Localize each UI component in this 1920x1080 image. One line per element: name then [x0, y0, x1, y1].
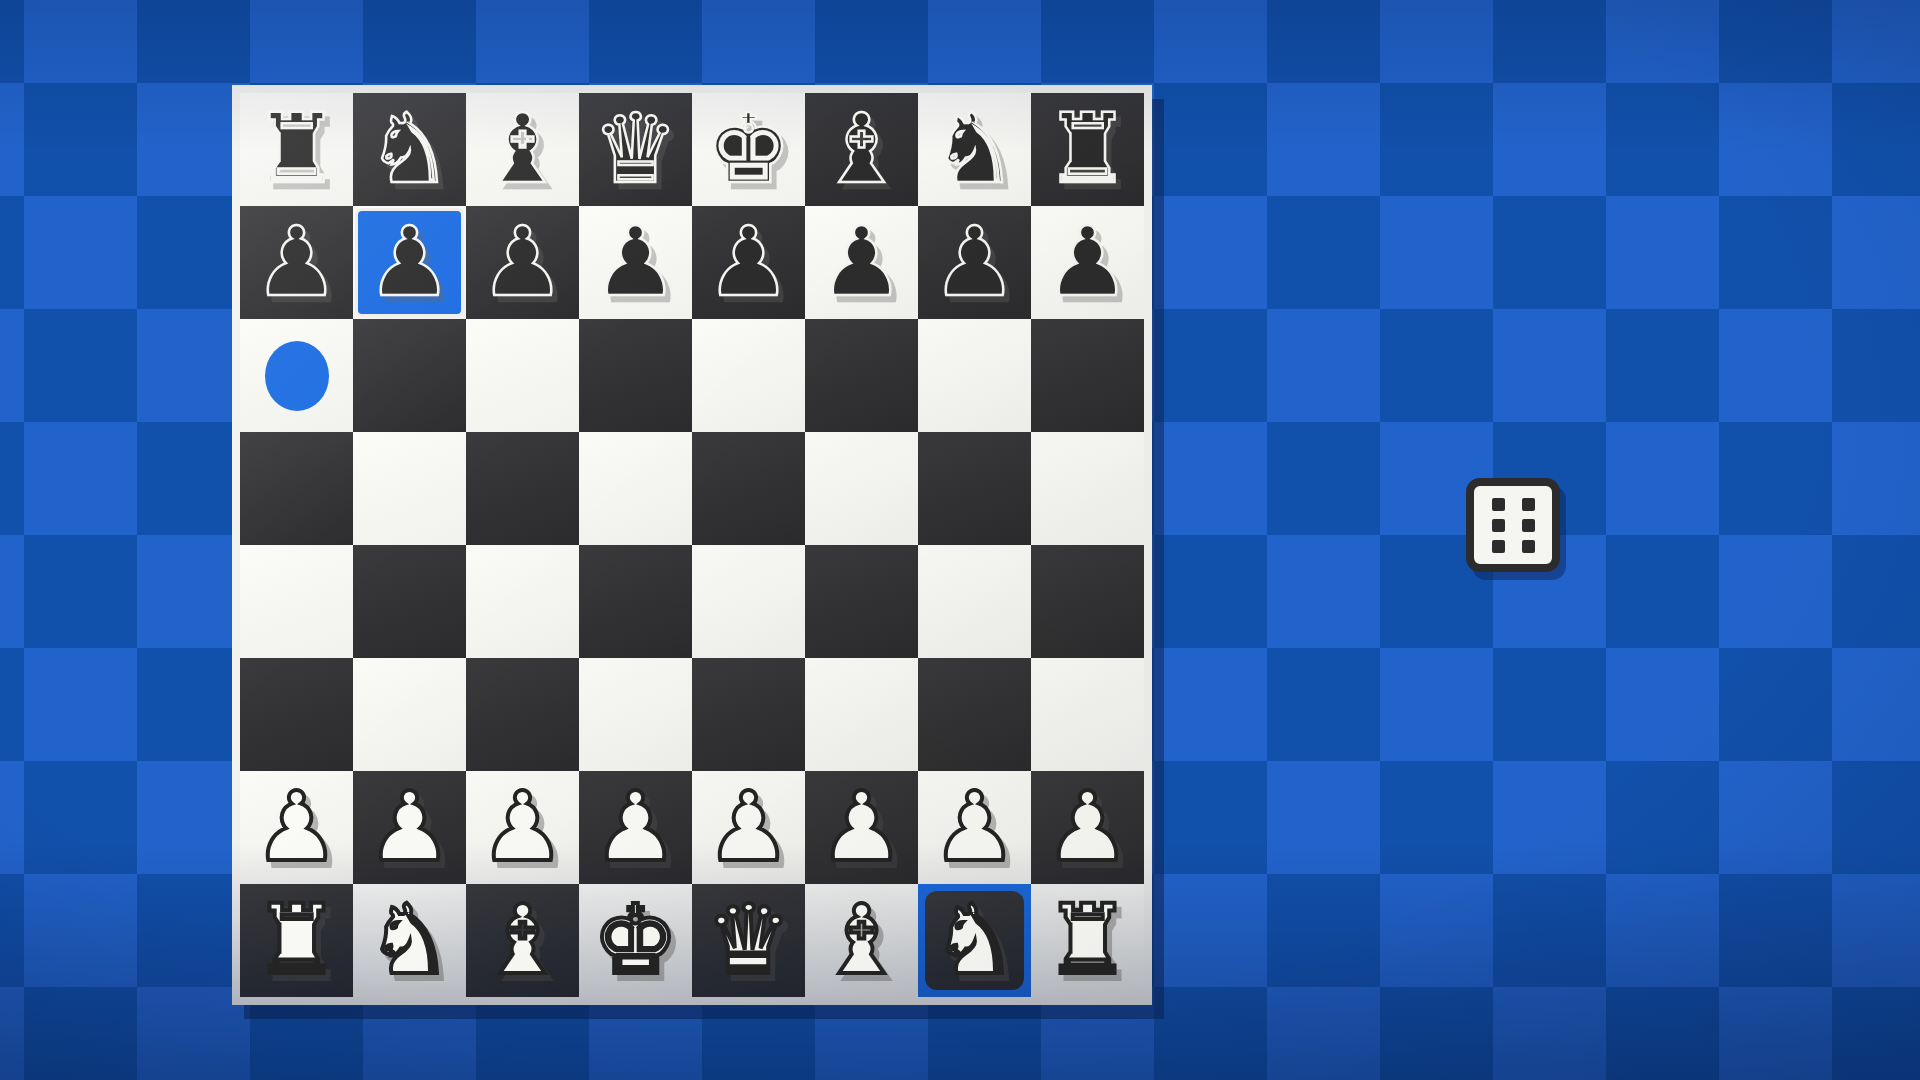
square-c8[interactable]: ♝ — [466, 93, 579, 206]
square-g8[interactable]: ♞ — [918, 93, 1031, 206]
square-b6[interactable] — [353, 319, 466, 432]
square-d4[interactable] — [579, 545, 692, 658]
square-h8[interactable]: ♜ — [1031, 93, 1144, 206]
square-h1[interactable]: ♜ — [1031, 884, 1144, 997]
square-e3[interactable] — [692, 658, 805, 771]
square-g7[interactable]: ♟ — [918, 206, 1031, 319]
square-a8[interactable]: ♜ — [240, 93, 353, 206]
piece-white-pawn: ♟ — [918, 771, 1031, 884]
dice-pip — [1522, 498, 1535, 511]
square-e4[interactable] — [692, 545, 805, 658]
chess-board: ♜♞♝♛♚♝♞♜♟♟♟♟♟♟♟♟♟♟♟♟♟♟♟♟♜♞♝♚♛♝♞♜ — [240, 93, 1144, 997]
piece-black-bishop: ♝ — [805, 93, 918, 206]
piece-black-pawn: ♟ — [1031, 206, 1144, 319]
square-f1[interactable]: ♝ — [805, 884, 918, 997]
square-e5[interactable] — [692, 432, 805, 545]
square-a7[interactable]: ♟ — [240, 206, 353, 319]
square-c2[interactable]: ♟ — [466, 771, 579, 884]
square-b7[interactable]: ♟ — [353, 206, 466, 319]
square-c6[interactable] — [466, 319, 579, 432]
square-c1[interactable]: ♝ — [466, 884, 579, 997]
square-a1[interactable]: ♜ — [240, 884, 353, 997]
piece-white-queen: ♛ — [692, 884, 805, 997]
dice-pip — [1492, 498, 1505, 511]
piece-white-pawn: ♟ — [466, 771, 579, 884]
square-f8[interactable]: ♝ — [805, 93, 918, 206]
piece-black-pawn: ♟ — [353, 206, 466, 319]
dice-pip — [1522, 519, 1535, 532]
dice-pips — [1492, 498, 1535, 553]
piece-white-pawn: ♟ — [353, 771, 466, 884]
square-f7[interactable]: ♟ — [805, 206, 918, 319]
square-a3[interactable] — [240, 658, 353, 771]
square-f3[interactable] — [805, 658, 918, 771]
piece-white-rook: ♜ — [240, 884, 353, 997]
square-h7[interactable]: ♟ — [1031, 206, 1144, 319]
piece-black-pawn: ♟ — [466, 206, 579, 319]
square-h6[interactable] — [1031, 319, 1144, 432]
square-b3[interactable] — [353, 658, 466, 771]
square-h3[interactable] — [1031, 658, 1144, 771]
square-d1[interactable]: ♚ — [579, 884, 692, 997]
square-b1[interactable]: ♞ — [353, 884, 466, 997]
piece-black-pawn: ♟ — [240, 206, 353, 319]
piece-black-pawn: ♟ — [918, 206, 1031, 319]
piece-black-pawn: ♟ — [692, 206, 805, 319]
square-a6[interactable] — [240, 319, 353, 432]
square-c3[interactable] — [466, 658, 579, 771]
piece-white-pawn: ♟ — [1031, 771, 1144, 884]
move-dot[interactable] — [265, 341, 329, 411]
square-g3[interactable] — [918, 658, 1031, 771]
piece-black-king: ♚ — [692, 93, 805, 206]
square-g4[interactable] — [918, 545, 1031, 658]
square-d2[interactable]: ♟ — [579, 771, 692, 884]
square-d7[interactable]: ♟ — [579, 206, 692, 319]
square-c7[interactable]: ♟ — [466, 206, 579, 319]
piece-white-knight: ♞ — [353, 884, 466, 997]
square-g2[interactable]: ♟ — [918, 771, 1031, 884]
square-d8[interactable]: ♛ — [579, 93, 692, 206]
square-h4[interactable] — [1031, 545, 1144, 658]
piece-white-pawn: ♟ — [692, 771, 805, 884]
square-h5[interactable] — [1031, 432, 1144, 545]
dice-pip — [1522, 540, 1535, 553]
square-e6[interactable] — [692, 319, 805, 432]
piece-white-rook: ♜ — [1031, 884, 1144, 997]
piece-black-pawn: ♟ — [579, 206, 692, 319]
square-f6[interactable] — [805, 319, 918, 432]
piece-black-pawn: ♟ — [805, 206, 918, 319]
piece-white-pawn: ♟ — [240, 771, 353, 884]
square-b8[interactable]: ♞ — [353, 93, 466, 206]
square-e7[interactable]: ♟ — [692, 206, 805, 319]
piece-black-queen: ♛ — [579, 93, 692, 206]
square-e8[interactable]: ♚ — [692, 93, 805, 206]
dice-pip — [1492, 519, 1505, 532]
square-g6[interactable] — [918, 319, 1031, 432]
piece-white-bishop: ♝ — [805, 884, 918, 997]
square-e2[interactable]: ♟ — [692, 771, 805, 884]
chess-board-frame: ♜♞♝♛♚♝♞♜♟♟♟♟♟♟♟♟♟♟♟♟♟♟♟♟♜♞♝♚♛♝♞♜ — [232, 85, 1152, 1005]
square-g1[interactable]: ♞ — [918, 884, 1031, 997]
piece-black-knight: ♞ — [353, 93, 466, 206]
square-b4[interactable] — [353, 545, 466, 658]
dice-pip — [1492, 540, 1505, 553]
piece-black-rook: ♜ — [240, 93, 353, 206]
piece-white-king: ♚ — [579, 884, 692, 997]
piece-black-rook: ♜ — [1031, 93, 1144, 206]
square-d3[interactable] — [579, 658, 692, 771]
piece-white-pawn: ♟ — [579, 771, 692, 884]
square-c4[interactable] — [466, 545, 579, 658]
square-a5[interactable] — [240, 432, 353, 545]
square-c5[interactable] — [466, 432, 579, 545]
square-b2[interactable]: ♟ — [353, 771, 466, 884]
square-a4[interactable] — [240, 545, 353, 658]
square-b5[interactable] — [353, 432, 466, 545]
square-g5[interactable] — [918, 432, 1031, 545]
piece-black-knight: ♞ — [918, 93, 1031, 206]
square-f5[interactable] — [805, 432, 918, 545]
square-e1[interactable]: ♛ — [692, 884, 805, 997]
square-h2[interactable]: ♟ — [1031, 771, 1144, 884]
square-a2[interactable]: ♟ — [240, 771, 353, 884]
dice[interactable] — [1466, 478, 1560, 572]
piece-black-bishop: ♝ — [466, 93, 579, 206]
piece-white-pawn: ♟ — [805, 771, 918, 884]
square-d5[interactable] — [579, 432, 692, 545]
square-f2[interactable]: ♟ — [805, 771, 918, 884]
piece-white-bishop: ♝ — [466, 884, 579, 997]
piece-white-knight: ♞ — [918, 884, 1031, 997]
square-d6[interactable] — [579, 319, 692, 432]
square-f4[interactable] — [805, 545, 918, 658]
